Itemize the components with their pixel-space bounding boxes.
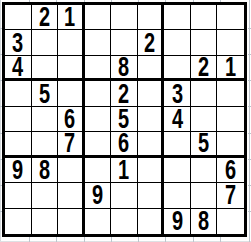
cell-digit: 9 (92, 183, 103, 208)
cell-digit: 6 (225, 158, 236, 183)
cell-r3c2[interactable] (32, 56, 59, 81)
cell-r7c7[interactable] (164, 158, 191, 183)
cell-r2c8[interactable] (191, 30, 218, 55)
cell-r4c7[interactable]: 3 (164, 81, 191, 106)
cell-r3c6[interactable] (138, 56, 165, 81)
cell-r6c9[interactable] (217, 132, 244, 157)
cell-r4c3[interactable] (58, 81, 85, 106)
cell-r5c3[interactable]: 6 (58, 107, 85, 132)
sheet-gridline-tick (249, 0, 250, 242)
cell-r5c2[interactable] (32, 107, 59, 132)
cell-r1c9[interactable] (217, 5, 244, 30)
cell-r8c8[interactable] (191, 183, 218, 208)
cell-r8c3[interactable] (58, 183, 85, 208)
cell-r5c4[interactable] (85, 107, 112, 132)
cell-r3c1[interactable]: 4 (5, 56, 32, 81)
cell-r8c2[interactable] (32, 183, 59, 208)
cell-r3c5[interactable]: 8 (111, 56, 138, 81)
cell-r1c1[interactable] (5, 5, 32, 30)
sheet-gridline-tick (248, 185, 251, 186)
cell-r2c2[interactable] (32, 30, 59, 55)
cell-r2c5[interactable] (111, 30, 138, 55)
cell-r3c9[interactable]: 1 (217, 56, 244, 81)
cell-digit: 1 (118, 158, 129, 183)
cell-r4c5[interactable]: 2 (111, 81, 138, 106)
cell-r4c9[interactable] (217, 81, 244, 106)
cell-r7c2[interactable]: 8 (32, 158, 59, 183)
cell-r5c9[interactable] (217, 107, 244, 132)
cell-r2c4[interactable] (85, 30, 112, 55)
cell-r9c3[interactable] (58, 209, 85, 234)
sheet-gridline-tick (248, 28, 251, 29)
cell-digit: 5 (198, 132, 209, 157)
cell-r4c6[interactable] (138, 81, 165, 106)
cell-digit: 9 (12, 158, 23, 183)
cell-r6c7[interactable] (164, 132, 191, 157)
cell-digit: 2 (144, 30, 155, 55)
cell-r9c8[interactable]: 8 (191, 209, 218, 234)
cell-r8c6[interactable] (138, 183, 165, 208)
cell-digit: 7 (64, 132, 75, 157)
cell-r1c4[interactable] (85, 5, 112, 30)
cell-r9c6[interactable] (138, 209, 165, 234)
cell-digit: 8 (198, 209, 209, 234)
cell-r6c3[interactable]: 7 (58, 132, 85, 157)
cell-r8c7[interactable] (164, 183, 191, 208)
cell-r8c9[interactable]: 7 (217, 183, 244, 208)
cell-r9c9[interactable] (217, 209, 244, 234)
cell-r1c7[interactable] (164, 5, 191, 30)
cell-r3c7[interactable] (164, 56, 191, 81)
cell-digit: 6 (64, 107, 75, 132)
cell-r3c3[interactable] (58, 56, 85, 81)
cell-r6c8[interactable]: 5 (191, 132, 218, 157)
cell-r5c8[interactable] (191, 107, 218, 132)
cell-r9c7[interactable]: 9 (164, 209, 191, 234)
cell-r2c1[interactable]: 3 (5, 30, 32, 55)
cell-r9c4[interactable] (85, 209, 112, 234)
cell-r5c6[interactable] (138, 107, 165, 132)
cell-r4c8[interactable] (191, 81, 218, 106)
cell-r7c3[interactable] (58, 158, 85, 183)
cell-r8c1[interactable] (5, 183, 32, 208)
cell-r3c8[interactable]: 2 (191, 56, 218, 81)
sheet-gridline-tick (248, 133, 251, 134)
cell-r6c6[interactable] (138, 132, 165, 157)
cell-r5c5[interactable]: 5 (111, 107, 138, 132)
cell-digit: 3 (172, 81, 183, 106)
sheet-gridline-tick (248, 106, 251, 107)
cell-digit: 5 (39, 81, 50, 106)
cell-r1c5[interactable] (111, 5, 138, 30)
cell-r7c6[interactable] (138, 158, 165, 183)
cell-r2c7[interactable] (164, 30, 191, 55)
cell-r1c2[interactable]: 2 (32, 5, 59, 30)
cell-r5c1[interactable] (5, 107, 32, 132)
cell-digit: 4 (12, 56, 23, 81)
cell-r9c1[interactable] (5, 209, 32, 234)
cell-r7c4[interactable] (85, 158, 112, 183)
sheet-gridline-tick (248, 54, 251, 55)
cell-digit: 6 (118, 132, 129, 157)
cell-r4c4[interactable] (85, 81, 112, 106)
sudoku-board: 2132482152365476598169798 (2, 2, 247, 237)
cell-digit: 2 (118, 81, 129, 106)
cell-r6c5[interactable]: 6 (111, 132, 138, 157)
cell-digit: 8 (118, 56, 129, 81)
cell-r7c9[interactable]: 6 (217, 158, 244, 183)
cell-digit: 7 (225, 183, 236, 208)
sheet-gridline-left (0, 0, 1, 242)
cell-digit: 2 (39, 5, 50, 30)
cell-r9c5[interactable] (111, 209, 138, 234)
cell-r1c6[interactable] (138, 5, 165, 30)
cell-r4c2[interactable]: 5 (32, 81, 59, 106)
cell-r7c5[interactable]: 1 (111, 158, 138, 183)
cell-r6c1[interactable] (5, 132, 32, 157)
cell-r8c5[interactable] (111, 183, 138, 208)
cell-digit: 5 (118, 107, 129, 132)
cell-digit: 1 (64, 5, 75, 30)
cell-r1c3[interactable]: 1 (58, 5, 85, 30)
cell-r1c8[interactable] (191, 5, 218, 30)
cell-r6c4[interactable] (85, 132, 112, 157)
cell-r4c1[interactable] (5, 81, 32, 106)
cell-digit: 2 (198, 56, 209, 81)
cell-digit: 1 (225, 56, 236, 81)
cell-digit: 3 (12, 30, 23, 55)
cell-r7c8[interactable] (191, 158, 218, 183)
cell-r2c3[interactable] (58, 30, 85, 55)
cell-r2c6[interactable]: 2 (138, 30, 165, 55)
sheet-gridline-tick (248, 211, 251, 212)
cell-r6c2[interactable] (32, 132, 59, 157)
cell-r2c9[interactable] (217, 30, 244, 55)
sheet-gridline-tick (248, 80, 251, 81)
sheet-gridline-tick (248, 159, 251, 160)
cell-r8c4[interactable]: 9 (85, 183, 112, 208)
cell-r9c2[interactable] (32, 209, 59, 234)
cell-digit: 4 (172, 107, 183, 132)
cell-digit: 8 (39, 158, 50, 183)
cell-r5c7[interactable]: 4 (164, 107, 191, 132)
cell-digit: 9 (172, 209, 183, 234)
cell-r7c1[interactable]: 9 (5, 158, 32, 183)
cell-r3c4[interactable] (85, 56, 112, 81)
